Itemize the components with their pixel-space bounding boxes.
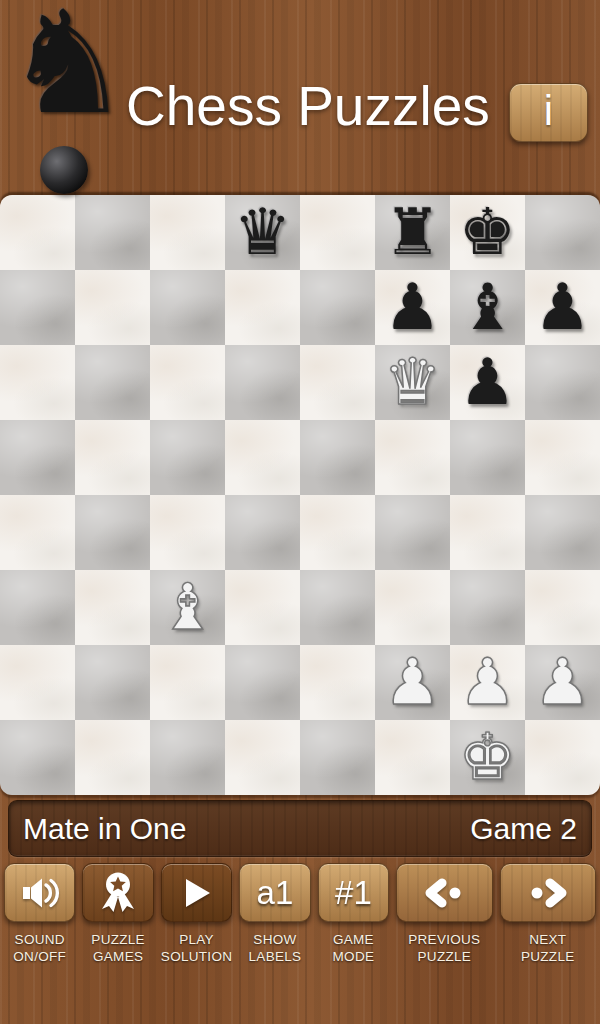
square-d6[interactable] (225, 345, 300, 420)
black-pawn[interactable]: ♟ (534, 270, 591, 345)
game-mode-button[interactable]: #1 (318, 863, 389, 922)
previous-puzzle-button-label: PREVIOUSPUZZLE (408, 931, 480, 965)
square-e8[interactable] (300, 195, 375, 270)
square-b2[interactable] (75, 645, 150, 720)
white-pawn[interactable]: ♟ (459, 645, 516, 720)
previous-puzzle-button-cell: PREVIOUSPUZZLE (396, 863, 492, 965)
speaker-icon (18, 876, 62, 910)
header: ♞ Chess Puzzles i (0, 0, 600, 195)
square-d4[interactable] (225, 495, 300, 570)
square-b3[interactable] (75, 570, 150, 645)
square-a2[interactable] (0, 645, 75, 720)
black-pawn[interactable]: ♟ (459, 345, 516, 420)
puzzle-games-button[interactable] (82, 863, 153, 922)
square-b6[interactable] (75, 345, 150, 420)
previous-puzzle-button[interactable] (396, 863, 492, 922)
chevron-left-dot-icon (418, 878, 470, 908)
square-e1[interactable] (300, 720, 375, 795)
square-g3[interactable] (450, 570, 525, 645)
show-labels-button-label: SHOWLABELS (249, 931, 302, 965)
square-d8[interactable]: ♛ (225, 195, 300, 270)
toolbar: SOUNDON/OFFPUZZLEGAMESPLAYSOLUTIONa1SHOW… (0, 863, 600, 965)
square-h3[interactable] (525, 570, 600, 645)
square-a4[interactable] (0, 495, 75, 570)
square-b8[interactable] (75, 195, 150, 270)
info-button[interactable]: i (509, 83, 588, 142)
sound-onoff-button[interactable] (4, 863, 75, 922)
next-puzzle-button-label: NEXTPUZZLE (521, 931, 575, 965)
white-bishop[interactable]: ♝ (159, 570, 216, 645)
square-f5[interactable] (375, 420, 450, 495)
black-bishop[interactable]: ♝ (459, 270, 516, 345)
square-c1[interactable] (150, 720, 225, 795)
game-mode-button-label: GAMEMODE (333, 931, 375, 965)
square-d3[interactable] (225, 570, 300, 645)
play-solution-button-label: PLAYSOLUTION (161, 931, 232, 965)
black-pawn[interactable]: ♟ (384, 270, 441, 345)
square-c3[interactable]: ♝ (150, 570, 225, 645)
sound-onoff-button-label: SOUNDON/OFF (13, 931, 66, 965)
square-h5[interactable] (525, 420, 600, 495)
square-h8[interactable] (525, 195, 600, 270)
next-puzzle-button-cell: NEXTPUZZLE (500, 863, 596, 965)
game-mode-button-cell: #1GAMEMODE (318, 863, 389, 965)
square-a7[interactable] (0, 270, 75, 345)
game-number-label: Game 2 (470, 812, 577, 846)
square-b1[interactable] (75, 720, 150, 795)
square-c7[interactable] (150, 270, 225, 345)
square-b4[interactable] (75, 495, 150, 570)
square-f7[interactable]: ♟ (375, 270, 450, 345)
square-h6[interactable] (525, 345, 600, 420)
square-e5[interactable] (300, 420, 375, 495)
square-g7[interactable]: ♝ (450, 270, 525, 345)
black-queen[interactable]: ♛ (234, 195, 291, 270)
game-mode-button-text-icon: #1 (335, 874, 372, 912)
dot-chevron-right-icon (522, 878, 574, 908)
app-title: Chess Puzzles (126, 74, 490, 138)
black-knight-icon: ♞ (2, 18, 132, 194)
info-button-label: i (544, 87, 553, 135)
sound-onoff-button-cell: SOUNDON/OFF (4, 863, 75, 965)
square-f8[interactable]: ♜ (375, 195, 450, 270)
show-labels-button-text-icon: a1 (257, 874, 294, 912)
square-c2[interactable] (150, 645, 225, 720)
square-a3[interactable] (0, 570, 75, 645)
square-e7[interactable] (300, 270, 375, 345)
square-d7[interactable] (225, 270, 300, 345)
square-c6[interactable] (150, 345, 225, 420)
square-e2[interactable] (300, 645, 375, 720)
square-g6[interactable]: ♟ (450, 345, 525, 420)
award-ribbon-icon (97, 871, 139, 915)
play-icon (182, 877, 212, 909)
square-d2[interactable] (225, 645, 300, 720)
square-f1[interactable] (375, 720, 450, 795)
knight-ball-base (40, 146, 88, 194)
chess-board: ♛♜♚♟♝♟♛♟♝♟♟♟♚ (0, 195, 600, 795)
square-c8[interactable] (150, 195, 225, 270)
puzzle-type-label: Mate in One (23, 812, 186, 846)
square-d1[interactable] (225, 720, 300, 795)
play-solution-button[interactable] (161, 863, 232, 922)
white-pawn[interactable]: ♟ (534, 645, 591, 720)
puzzle-games-button-label: PUZZLEGAMES (91, 931, 145, 965)
square-c5[interactable] (150, 420, 225, 495)
white-king[interactable]: ♚ (459, 720, 516, 795)
status-bar: Mate in One Game 2 (8, 800, 592, 857)
square-g1[interactable]: ♚ (450, 720, 525, 795)
square-f4[interactable] (375, 495, 450, 570)
square-g5[interactable] (450, 420, 525, 495)
next-puzzle-button[interactable] (500, 863, 596, 922)
square-d5[interactable] (225, 420, 300, 495)
black-rook[interactable]: ♜ (384, 195, 441, 270)
square-e6[interactable] (300, 345, 375, 420)
square-f6[interactable]: ♛ (375, 345, 450, 420)
show-labels-button-cell: a1SHOWLABELS (239, 863, 310, 965)
square-e3[interactable] (300, 570, 375, 645)
square-g2[interactable]: ♟ (450, 645, 525, 720)
square-a1[interactable] (0, 720, 75, 795)
square-a5[interactable] (0, 420, 75, 495)
square-g4[interactable] (450, 495, 525, 570)
puzzle-games-button-cell: PUZZLEGAMES (82, 863, 153, 965)
square-h1[interactable] (525, 720, 600, 795)
black-king[interactable]: ♚ (459, 195, 516, 270)
square-a6[interactable] (0, 345, 75, 420)
show-labels-button[interactable]: a1 (239, 863, 310, 922)
square-e4[interactable] (300, 495, 375, 570)
square-h7[interactable]: ♟ (525, 270, 600, 345)
square-h4[interactable] (525, 495, 600, 570)
knight-glyph: ♞ (4, 0, 131, 134)
square-b5[interactable] (75, 420, 150, 495)
square-f3[interactable] (375, 570, 450, 645)
white-pawn[interactable]: ♟ (384, 645, 441, 720)
square-c4[interactable] (150, 495, 225, 570)
square-b7[interactable] (75, 270, 150, 345)
square-h2[interactable]: ♟ (525, 645, 600, 720)
white-queen[interactable]: ♛ (384, 345, 441, 420)
square-f2[interactable]: ♟ (375, 645, 450, 720)
square-g8[interactable]: ♚ (450, 195, 525, 270)
square-a8[interactable] (0, 195, 75, 270)
play-solution-button-cell: PLAYSOLUTION (161, 863, 232, 965)
